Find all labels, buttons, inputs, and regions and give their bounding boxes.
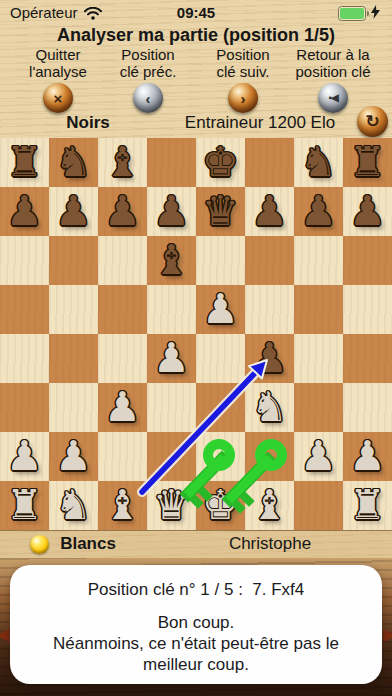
charging-bolt-icon xyxy=(371,5,380,23)
square-f2[interactable] xyxy=(245,432,294,481)
chevron-right-icon: › xyxy=(228,83,258,113)
white-pawn: ♟ xyxy=(153,338,190,379)
square-a1[interactable]: ♜ xyxy=(0,481,49,530)
square-h3[interactable] xyxy=(343,383,392,432)
quit-analysis-label-1: Quitter xyxy=(35,47,80,64)
square-c3[interactable]: ♟ xyxy=(98,383,147,432)
square-f5[interactable] xyxy=(245,285,294,334)
square-d7[interactable]: ♟ xyxy=(147,187,196,236)
square-g6[interactable] xyxy=(294,236,343,285)
square-d2[interactable] xyxy=(147,432,196,481)
square-h4[interactable] xyxy=(343,334,392,383)
square-f3[interactable]: ♞ xyxy=(245,383,294,432)
black-knight: ♞ xyxy=(300,142,337,183)
black-rook: ♜ xyxy=(6,142,43,183)
square-b4[interactable] xyxy=(49,334,98,383)
black-king: ♚ xyxy=(202,142,239,183)
square-a7[interactable]: ♟ xyxy=(0,187,49,236)
white-pawn: ♟ xyxy=(202,289,239,330)
close-icon: × xyxy=(43,83,73,113)
square-c4[interactable] xyxy=(98,334,147,383)
white-pawn: ♟ xyxy=(55,436,92,477)
white-player-name: Christophe xyxy=(190,534,350,554)
square-a6[interactable] xyxy=(0,236,49,285)
square-g3[interactable] xyxy=(294,383,343,432)
square-f8[interactable] xyxy=(245,138,294,187)
square-b3[interactable] xyxy=(49,383,98,432)
analysis-panel: Position clé n° 1 / 5 : 7. Fxf4 Bon coup… xyxy=(10,565,382,684)
black-pawn: ♟ xyxy=(349,191,386,232)
square-d1[interactable]: ♛ xyxy=(147,481,196,530)
square-h8[interactable]: ♜ xyxy=(343,138,392,187)
white-knight: ♞ xyxy=(55,485,92,526)
prev-key-label-1: Position xyxy=(121,47,174,64)
square-g5[interactable] xyxy=(294,285,343,334)
black-queen: ♛ xyxy=(202,191,239,232)
square-c2[interactable] xyxy=(98,432,147,481)
swap-arrows-icon: ↻ xyxy=(365,113,379,130)
square-e3[interactable] xyxy=(196,383,245,432)
black-player-bar: Noirs Entraineur 1200 Elo ↻ xyxy=(0,110,392,138)
white-pawn: ♟ xyxy=(6,436,43,477)
square-h1[interactable]: ♜ xyxy=(343,481,392,530)
square-a3[interactable] xyxy=(0,383,49,432)
black-pawn: ♟ xyxy=(104,191,141,232)
square-e5[interactable]: ♟ xyxy=(196,285,245,334)
black-pawn: ♟ xyxy=(6,191,43,232)
return-to-marker-icon: ▪◀ xyxy=(318,83,348,113)
black-pawn: ♟ xyxy=(55,191,92,232)
square-e8[interactable]: ♚ xyxy=(196,138,245,187)
square-a5[interactable] xyxy=(0,285,49,334)
app-screen: Opérateur 09:45 Analyser ma partie (posi… xyxy=(0,0,392,696)
square-f4[interactable]: ♟ xyxy=(245,334,294,383)
white-side-label: Blancs xyxy=(38,534,138,554)
square-e4[interactable] xyxy=(196,334,245,383)
black-bishop: ♝ xyxy=(153,240,190,281)
square-g8[interactable]: ♞ xyxy=(294,138,343,187)
status-bar: Opérateur 09:45 xyxy=(0,0,392,25)
switch-sides-button[interactable]: ↻ xyxy=(357,106,388,137)
square-c8[interactable]: ♝ xyxy=(98,138,147,187)
chevron-left-icon: ‹ xyxy=(133,83,163,113)
white-bishop: ♝ xyxy=(104,485,141,526)
black-pawn: ♟ xyxy=(153,191,190,232)
square-h6[interactable] xyxy=(343,236,392,285)
square-e6[interactable] xyxy=(196,236,245,285)
white-rook: ♜ xyxy=(6,485,43,526)
next-key-label-1: Position xyxy=(216,47,269,64)
return-key-label-2: position clé xyxy=(295,64,370,81)
analysis-comment-2: Néanmoins, ce n'était peut-être pas le m… xyxy=(28,633,364,675)
square-a2[interactable]: ♟ xyxy=(0,432,49,481)
square-c6[interactable] xyxy=(98,236,147,285)
square-d4[interactable]: ♟ xyxy=(147,334,196,383)
square-d5[interactable] xyxy=(147,285,196,334)
black-knight: ♞ xyxy=(55,142,92,183)
quit-analysis-label-2: l'analyse xyxy=(29,64,87,81)
white-pawn: ♟ xyxy=(104,387,141,428)
square-h2[interactable]: ♟ xyxy=(343,432,392,481)
white-king: ♚ xyxy=(202,485,239,526)
battery-icon xyxy=(338,6,366,21)
black-side-label: Noirs xyxy=(38,113,138,133)
white-knight: ♞ xyxy=(251,387,288,428)
square-d8[interactable] xyxy=(147,138,196,187)
return-key-label-1: Retour à la xyxy=(296,47,369,64)
white-rook: ♜ xyxy=(349,485,386,526)
square-h5[interactable] xyxy=(343,285,392,334)
white-player-bar: Blancs Christophe xyxy=(0,530,392,559)
square-d6[interactable]: ♝ xyxy=(147,236,196,285)
square-b8[interactable]: ♞ xyxy=(49,138,98,187)
square-b1[interactable]: ♞ xyxy=(49,481,98,530)
square-b6[interactable] xyxy=(49,236,98,285)
square-g7[interactable]: ♟ xyxy=(294,187,343,236)
square-f1[interactable]: ♝ xyxy=(245,481,294,530)
page-title: Analyser ma partie (position 1/5) xyxy=(0,25,392,46)
black-pawn: ♟ xyxy=(251,191,288,232)
next-position-edge-arrow[interactable]: ▶ xyxy=(383,624,392,645)
prev-position-edge-arrow[interactable]: ◀ xyxy=(0,624,9,645)
square-c5[interactable] xyxy=(98,285,147,334)
lower-wood-area: ◀ ▶ Position clé n° 1 / 5 : 7. Fxf4 Bon … xyxy=(0,558,392,696)
next-key-label-2: clé suiv. xyxy=(216,64,269,81)
square-a4[interactable] xyxy=(0,334,49,383)
square-g2[interactable]: ♟ xyxy=(294,432,343,481)
square-b2[interactable]: ♟ xyxy=(49,432,98,481)
black-bishop: ♝ xyxy=(104,142,141,183)
square-c1[interactable]: ♝ xyxy=(98,481,147,530)
black-pawn: ♟ xyxy=(251,338,288,379)
square-d3[interactable] xyxy=(147,383,196,432)
chess-board: ♜♞♝♚♞♜♟♟♟♟♛♟♟♟♝♟♟♟♟♞♟♟♟♟♜♞♝♛♚♝♜ xyxy=(0,138,392,530)
square-b5[interactable] xyxy=(49,285,98,334)
key-position-move-label: Position clé n° 1 / 5 : 7. Fxf4 xyxy=(10,580,382,600)
square-f7[interactable]: ♟ xyxy=(245,187,294,236)
square-h7[interactable]: ♟ xyxy=(343,187,392,236)
square-e2[interactable] xyxy=(196,432,245,481)
square-f6[interactable] xyxy=(245,236,294,285)
prev-key-label-2: clé préc. xyxy=(120,64,177,81)
return-to-key-position-button[interactable]: Retour à la position clé ▪◀ xyxy=(277,47,389,113)
black-player-name: Entraineur 1200 Elo xyxy=(178,113,342,133)
square-g1[interactable] xyxy=(294,481,343,530)
clock: 09:45 xyxy=(0,4,392,21)
square-g4[interactable] xyxy=(294,334,343,383)
square-c7[interactable]: ♟ xyxy=(98,187,147,236)
black-pawn: ♟ xyxy=(300,191,337,232)
white-pawn: ♟ xyxy=(349,436,386,477)
white-queen: ♛ xyxy=(153,485,190,526)
prev-key-position-button[interactable]: Position clé préc. ‹ xyxy=(94,47,202,113)
analysis-comment-1: Bon coup. xyxy=(10,613,382,633)
white-bishop: ♝ xyxy=(251,485,288,526)
white-pawn: ♟ xyxy=(300,436,337,477)
square-e7[interactable]: ♛ xyxy=(196,187,245,236)
square-a8[interactable]: ♜ xyxy=(0,138,49,187)
square-e1[interactable]: ♚ xyxy=(196,481,245,530)
square-b7[interactable]: ♟ xyxy=(49,187,98,236)
black-rook: ♜ xyxy=(349,142,386,183)
